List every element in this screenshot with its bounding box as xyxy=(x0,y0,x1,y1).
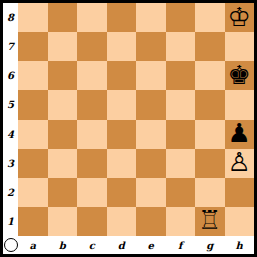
square-h3[interactable]: ♙ xyxy=(225,149,255,178)
square-b3[interactable] xyxy=(48,149,78,178)
square-b2[interactable] xyxy=(48,178,78,207)
file-label-g: g xyxy=(195,236,225,254)
square-f8[interactable] xyxy=(166,3,196,32)
square-g1[interactable]: ♖ xyxy=(195,207,225,236)
square-c1[interactable] xyxy=(77,207,107,236)
rank-label-4: 4 xyxy=(3,120,18,149)
square-f6[interactable] xyxy=(166,61,196,90)
square-a6[interactable] xyxy=(18,61,48,90)
rank-label-7: 7 xyxy=(3,32,18,61)
square-f7[interactable] xyxy=(166,32,196,61)
square-f3[interactable] xyxy=(166,149,196,178)
square-e7[interactable] xyxy=(136,32,166,61)
square-e2[interactable] xyxy=(136,178,166,207)
piece-black-king[interactable]: ♚ xyxy=(228,62,251,88)
square-g5[interactable] xyxy=(195,90,225,119)
square-d1[interactable] xyxy=(107,207,137,236)
square-b7[interactable] xyxy=(48,32,78,61)
chess-diagram: 8♔76♚54♟3♙21♖abcdefgh xyxy=(0,0,257,257)
square-c4[interactable] xyxy=(77,120,107,149)
rank-label-5: 5 xyxy=(3,90,18,119)
square-e4[interactable] xyxy=(136,120,166,149)
square-a2[interactable] xyxy=(18,178,48,207)
square-c3[interactable] xyxy=(77,149,107,178)
square-e1[interactable] xyxy=(136,207,166,236)
square-h4[interactable]: ♟ xyxy=(225,120,255,149)
file-label-f: f xyxy=(166,236,196,254)
square-f4[interactable] xyxy=(166,120,196,149)
square-f1[interactable] xyxy=(166,207,196,236)
square-h8[interactable]: ♔ xyxy=(225,3,255,32)
rank-label-2: 2 xyxy=(3,178,18,207)
square-a3[interactable] xyxy=(18,149,48,178)
file-label-c: c xyxy=(77,236,107,254)
square-b1[interactable] xyxy=(48,207,78,236)
rank-label-3: 3 xyxy=(3,149,18,178)
square-g2[interactable] xyxy=(195,178,225,207)
square-b5[interactable] xyxy=(48,90,78,119)
square-a7[interactable] xyxy=(18,32,48,61)
square-h7[interactable] xyxy=(225,32,255,61)
square-d8[interactable] xyxy=(107,3,137,32)
square-c6[interactable] xyxy=(77,61,107,90)
square-g4[interactable] xyxy=(195,120,225,149)
square-h5[interactable] xyxy=(225,90,255,119)
white-circle-icon xyxy=(4,238,18,252)
rank-label-6: 6 xyxy=(3,61,18,90)
file-label-h: h xyxy=(225,236,255,254)
rank-label-1: 1 xyxy=(3,207,18,236)
square-g8[interactable] xyxy=(195,3,225,32)
square-h1[interactable] xyxy=(225,207,255,236)
square-d7[interactable] xyxy=(107,32,137,61)
square-a5[interactable] xyxy=(18,90,48,119)
square-e8[interactable] xyxy=(136,3,166,32)
square-d6[interactable] xyxy=(107,61,137,90)
side-to-move-cell xyxy=(3,236,18,254)
square-d3[interactable] xyxy=(107,149,137,178)
piece-white-king[interactable]: ♔ xyxy=(228,4,251,30)
piece-white-rook[interactable]: ♖ xyxy=(198,207,221,233)
square-f2[interactable] xyxy=(166,178,196,207)
square-b6[interactable] xyxy=(48,61,78,90)
square-e6[interactable] xyxy=(136,61,166,90)
square-a1[interactable] xyxy=(18,207,48,236)
square-d2[interactable] xyxy=(107,178,137,207)
square-e5[interactable] xyxy=(136,90,166,119)
square-e3[interactable] xyxy=(136,149,166,178)
rank-label-8: 8 xyxy=(3,3,18,32)
file-label-e: e xyxy=(136,236,166,254)
piece-white-pawn[interactable]: ♙ xyxy=(228,149,251,175)
square-c8[interactable] xyxy=(77,3,107,32)
file-label-a: a xyxy=(18,236,48,254)
piece-black-pawn[interactable]: ♟ xyxy=(228,120,251,146)
square-g6[interactable] xyxy=(195,61,225,90)
square-d5[interactable] xyxy=(107,90,137,119)
file-label-d: d xyxy=(107,236,137,254)
square-h6[interactable]: ♚ xyxy=(225,61,255,90)
file-label-b: b xyxy=(48,236,78,254)
square-f5[interactable] xyxy=(166,90,196,119)
square-c7[interactable] xyxy=(77,32,107,61)
square-d4[interactable] xyxy=(107,120,137,149)
square-a4[interactable] xyxy=(18,120,48,149)
square-b4[interactable] xyxy=(48,120,78,149)
square-g7[interactable] xyxy=(195,32,225,61)
square-h2[interactable] xyxy=(225,178,255,207)
square-b8[interactable] xyxy=(48,3,78,32)
square-c5[interactable] xyxy=(77,90,107,119)
square-g3[interactable] xyxy=(195,149,225,178)
square-c2[interactable] xyxy=(77,178,107,207)
square-a8[interactable] xyxy=(18,3,48,32)
